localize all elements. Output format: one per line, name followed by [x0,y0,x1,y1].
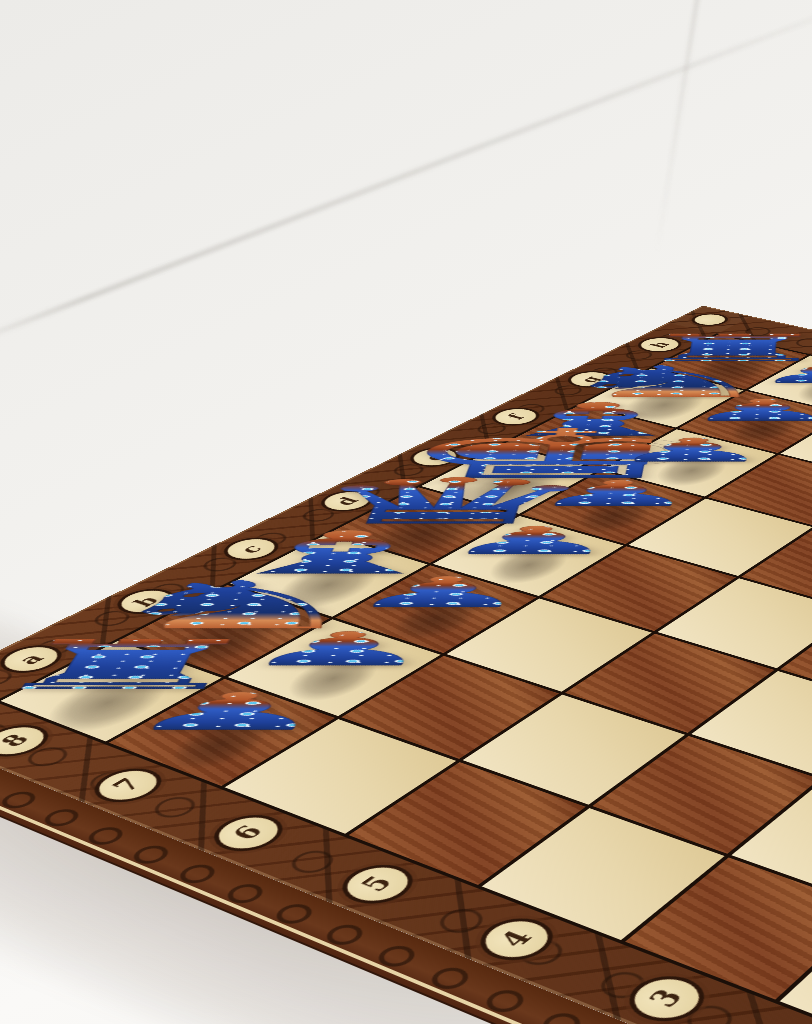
rank-medallion-5: 5 [335,861,420,907]
corner-medallion-2 [689,313,731,327]
photo-scene: 87654321abcdefgh ♜♞♝♚♛♝♞♜♟♟♟♟♟♟♟♟ [0,0,812,1024]
rank-medallion-3: 3 [621,972,711,1024]
rank-medallion-6: 6 [206,812,289,854]
rank-medallion-7: 7 [87,765,168,805]
rank-medallion-4: 4 [472,915,559,964]
rank-medallion-8: 8 [0,722,55,759]
